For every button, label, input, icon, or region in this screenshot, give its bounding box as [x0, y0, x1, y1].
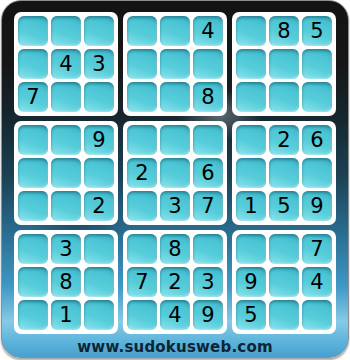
cell-r2c4[interactable]	[127, 49, 157, 79]
cell-r6c2[interactable]	[51, 191, 81, 221]
cell-r9c4[interactable]	[127, 300, 157, 330]
cell-r8c6[interactable]: 3	[193, 267, 223, 297]
cell-r2c3[interactable]: 3	[84, 49, 114, 79]
cell-r8c3[interactable]	[84, 267, 114, 297]
cell-r6c6[interactable]: 7	[193, 191, 223, 221]
cell-r3c6[interactable]: 8	[193, 82, 223, 112]
box-4: 92	[14, 121, 118, 225]
cell-r2c5[interactable]	[160, 49, 190, 79]
cell-r8c9[interactable]: 4	[302, 267, 332, 297]
cell-r2c2[interactable]: 4	[51, 49, 81, 79]
cell-r2c1[interactable]	[18, 49, 48, 79]
cell-r5c4[interactable]: 2	[127, 158, 157, 188]
cell-r2c8[interactable]	[269, 49, 299, 79]
box-5: 2637	[123, 121, 227, 225]
cell-r1c3[interactable]	[84, 16, 114, 46]
cell-r6c1[interactable]	[18, 191, 48, 221]
cell-r1c2[interactable]	[51, 16, 81, 46]
box-2: 48	[123, 12, 227, 116]
cell-r2c7[interactable]	[236, 49, 266, 79]
cell-r3c8[interactable]	[269, 82, 299, 112]
cell-r4c7[interactable]	[236, 125, 266, 155]
cell-r5c6[interactable]: 6	[193, 158, 223, 188]
cell-r7c1[interactable]	[18, 234, 48, 264]
cell-r5c3[interactable]	[84, 158, 114, 188]
box-1: 437	[14, 12, 118, 116]
cell-r8c2[interactable]: 8	[51, 267, 81, 297]
cell-r4c9[interactable]: 6	[302, 125, 332, 155]
cell-r4c4[interactable]	[127, 125, 157, 155]
cell-r8c8[interactable]	[269, 267, 299, 297]
cell-r5c8[interactable]	[269, 158, 299, 188]
cell-r7c5[interactable]: 8	[160, 234, 190, 264]
cell-r6c3[interactable]: 2	[84, 191, 114, 221]
cell-r8c7[interactable]: 9	[236, 267, 266, 297]
cell-r6c9[interactable]: 9	[302, 191, 332, 221]
cell-r7c9[interactable]: 7	[302, 234, 332, 264]
cell-r7c3[interactable]	[84, 234, 114, 264]
cell-r9c7[interactable]: 5	[236, 300, 266, 330]
cell-r8c4[interactable]: 7	[127, 267, 157, 297]
cell-r9c5[interactable]: 4	[160, 300, 190, 330]
cell-r9c9[interactable]	[302, 300, 332, 330]
cell-r9c8[interactable]	[269, 300, 299, 330]
cell-r8c5[interactable]: 2	[160, 267, 190, 297]
cell-r4c6[interactable]	[193, 125, 223, 155]
cell-r7c4[interactable]	[127, 234, 157, 264]
cell-r1c7[interactable]	[236, 16, 266, 46]
cell-r1c8[interactable]: 8	[269, 16, 299, 46]
cell-r3c7[interactable]	[236, 82, 266, 112]
cell-r5c1[interactable]	[18, 158, 48, 188]
cell-r9c1[interactable]	[18, 300, 48, 330]
cell-r2c9[interactable]	[302, 49, 332, 79]
cell-r1c9[interactable]: 5	[302, 16, 332, 46]
cell-r6c7[interactable]: 1	[236, 191, 266, 221]
cell-r6c5[interactable]: 3	[160, 191, 190, 221]
cell-r6c4[interactable]	[127, 191, 157, 221]
cell-r4c1[interactable]	[18, 125, 48, 155]
cell-r7c6[interactable]	[193, 234, 223, 264]
cell-r4c2[interactable]	[51, 125, 81, 155]
box-9: 7945	[232, 230, 336, 334]
cell-r9c3[interactable]	[84, 300, 114, 330]
cell-r7c8[interactable]	[269, 234, 299, 264]
cell-r5c5[interactable]	[160, 158, 190, 188]
cell-r3c3[interactable]	[84, 82, 114, 112]
cell-r1c1[interactable]	[18, 16, 48, 46]
cell-r3c9[interactable]	[302, 82, 332, 112]
cell-r9c2[interactable]: 1	[51, 300, 81, 330]
cell-r7c7[interactable]	[236, 234, 266, 264]
box-6: 26159	[232, 121, 336, 225]
cell-r9c6[interactable]: 9	[193, 300, 223, 330]
box-7: 381	[14, 230, 118, 334]
cell-r8c1[interactable]	[18, 267, 48, 297]
cell-r3c2[interactable]	[51, 82, 81, 112]
cell-r5c9[interactable]	[302, 158, 332, 188]
cell-r1c4[interactable]	[127, 16, 157, 46]
cell-r3c4[interactable]	[127, 82, 157, 112]
cell-r3c5[interactable]	[160, 82, 190, 112]
cell-r1c6[interactable]: 4	[193, 16, 223, 46]
cell-r4c5[interactable]	[160, 125, 190, 155]
cell-r4c3[interactable]: 9	[84, 125, 114, 155]
box-3: 85	[232, 12, 336, 116]
cell-r4c8[interactable]: 2	[269, 125, 299, 155]
box-8: 872349	[123, 230, 227, 334]
cell-r1c5[interactable]	[160, 16, 190, 46]
cell-r6c8[interactable]: 5	[269, 191, 299, 221]
cell-r5c2[interactable]	[51, 158, 81, 188]
cell-r2c6[interactable]	[193, 49, 223, 79]
cell-r7c2[interactable]: 3	[51, 234, 81, 264]
cell-r5c7[interactable]	[236, 158, 266, 188]
cell-r3c1[interactable]: 7	[18, 82, 48, 112]
site-url[interactable]: www.sudokusweb.com	[0, 338, 350, 356]
sudoku-widget: 4374885922637261593818723497945 www.sudo…	[0, 0, 350, 360]
sudoku-grid: 4374885922637261593818723497945	[14, 12, 336, 334]
